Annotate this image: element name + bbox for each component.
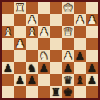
square-a8[interactable] bbox=[2, 2, 14, 14]
piece-black-pawn[interactable]: ♟ bbox=[87, 74, 97, 85]
square-a2[interactable] bbox=[2, 74, 14, 86]
piece-white-pawn[interactable]: ♟ bbox=[63, 50, 73, 61]
square-c3[interactable]: ♞ bbox=[26, 62, 38, 74]
square-g2[interactable]: ♝ bbox=[74, 74, 86, 86]
square-e5[interactable] bbox=[50, 38, 62, 50]
piece-white-king[interactable]: ♚ bbox=[63, 2, 73, 13]
square-f5[interactable] bbox=[62, 38, 74, 50]
square-h5[interactable] bbox=[86, 38, 98, 50]
square-c7[interactable]: ♟ bbox=[26, 14, 38, 26]
square-d1[interactable] bbox=[38, 86, 50, 98]
square-e3[interactable] bbox=[50, 62, 62, 74]
square-g4[interactable]: ♟ bbox=[74, 50, 86, 62]
chess-board: ♜♚♟♟♟♝♝♟♛♟♞♟♟♟♞♟♟♟♟♟♛♝♟♜♚ bbox=[0, 0, 100, 100]
square-d4[interactable]: ♞ bbox=[38, 50, 50, 62]
piece-white-bishop[interactable]: ♝ bbox=[3, 26, 13, 37]
square-h1[interactable] bbox=[86, 86, 98, 98]
square-g7[interactable]: ♟ bbox=[74, 14, 86, 26]
square-d8[interactable] bbox=[38, 2, 50, 14]
square-b6[interactable] bbox=[14, 26, 26, 38]
square-e7[interactable] bbox=[50, 14, 62, 26]
square-d3[interactable]: ♟ bbox=[38, 62, 50, 74]
square-g1[interactable] bbox=[74, 86, 86, 98]
square-c5[interactable] bbox=[26, 38, 38, 50]
square-a6[interactable]: ♝ bbox=[2, 26, 14, 38]
piece-white-pawn[interactable]: ♟ bbox=[15, 38, 25, 49]
square-a5[interactable] bbox=[2, 38, 14, 50]
square-b8[interactable]: ♜ bbox=[14, 2, 26, 14]
square-f8[interactable]: ♚ bbox=[62, 2, 74, 14]
piece-black-pawn[interactable]: ♟ bbox=[3, 62, 13, 73]
square-b5[interactable]: ♟ bbox=[14, 38, 26, 50]
square-h7[interactable]: ♟ bbox=[86, 14, 98, 26]
square-f1[interactable]: ♚ bbox=[62, 86, 74, 98]
square-h2[interactable]: ♟ bbox=[86, 74, 98, 86]
square-c2[interactable]: ♟ bbox=[26, 74, 38, 86]
piece-black-rook[interactable]: ♜ bbox=[51, 86, 61, 97]
piece-black-pawn[interactable]: ♟ bbox=[15, 74, 25, 85]
square-a4[interactable] bbox=[2, 50, 14, 62]
square-g6[interactable] bbox=[74, 26, 86, 38]
square-a3[interactable]: ♟ bbox=[2, 62, 14, 74]
square-f2[interactable]: ♛ bbox=[62, 74, 74, 86]
square-g5[interactable] bbox=[74, 38, 86, 50]
square-c4[interactable] bbox=[26, 50, 38, 62]
square-e6[interactable] bbox=[50, 26, 62, 38]
square-b4[interactable] bbox=[14, 50, 26, 62]
piece-black-pawn[interactable]: ♟ bbox=[63, 62, 73, 73]
piece-white-queen[interactable]: ♛ bbox=[63, 26, 73, 37]
square-b7[interactable] bbox=[14, 14, 26, 26]
square-h3[interactable]: ♟ bbox=[86, 62, 98, 74]
square-f4[interactable]: ♟ bbox=[62, 50, 74, 62]
square-d6[interactable]: ♟ bbox=[38, 26, 50, 38]
piece-black-pawn[interactable]: ♟ bbox=[75, 50, 85, 61]
piece-black-pawn[interactable]: ♟ bbox=[27, 74, 37, 85]
square-c1[interactable] bbox=[26, 86, 38, 98]
square-e2[interactable] bbox=[50, 74, 62, 86]
square-h8[interactable] bbox=[86, 2, 98, 14]
piece-white-pawn[interactable]: ♟ bbox=[75, 14, 85, 25]
square-f3[interactable]: ♟ bbox=[62, 62, 74, 74]
piece-white-rook[interactable]: ♜ bbox=[15, 2, 25, 13]
piece-black-pawn[interactable]: ♟ bbox=[87, 62, 97, 73]
square-f6[interactable]: ♛ bbox=[62, 26, 74, 38]
square-a7[interactable] bbox=[2, 14, 14, 26]
square-h4[interactable] bbox=[86, 50, 98, 62]
square-c8[interactable] bbox=[26, 2, 38, 14]
piece-white-pawn[interactable]: ♟ bbox=[27, 14, 37, 25]
square-b3[interactable] bbox=[14, 62, 26, 74]
square-h6[interactable] bbox=[86, 26, 98, 38]
square-a1[interactable] bbox=[2, 86, 14, 98]
piece-white-knight[interactable]: ♞ bbox=[39, 50, 49, 61]
piece-black-knight[interactable]: ♞ bbox=[27, 62, 37, 73]
square-e8[interactable] bbox=[50, 2, 62, 14]
piece-black-queen[interactable]: ♛ bbox=[63, 74, 73, 85]
piece-black-pawn[interactable]: ♟ bbox=[39, 62, 49, 73]
square-e4[interactable] bbox=[50, 50, 62, 62]
piece-white-bishop[interactable]: ♝ bbox=[27, 26, 37, 37]
piece-white-pawn[interactable]: ♟ bbox=[87, 14, 97, 25]
piece-black-bishop[interactable]: ♝ bbox=[75, 74, 85, 85]
piece-black-king[interactable]: ♚ bbox=[63, 86, 73, 97]
square-g8[interactable] bbox=[74, 2, 86, 14]
square-d5[interactable] bbox=[38, 38, 50, 50]
square-b1[interactable] bbox=[14, 86, 26, 98]
square-b2[interactable]: ♟ bbox=[14, 74, 26, 86]
square-d7[interactable] bbox=[38, 14, 50, 26]
square-d2[interactable] bbox=[38, 74, 50, 86]
piece-white-pawn[interactable]: ♟ bbox=[39, 26, 49, 37]
square-e1[interactable]: ♜ bbox=[50, 86, 62, 98]
square-f7[interactable] bbox=[62, 14, 74, 26]
square-c6[interactable]: ♝ bbox=[26, 26, 38, 38]
square-g3[interactable] bbox=[74, 62, 86, 74]
